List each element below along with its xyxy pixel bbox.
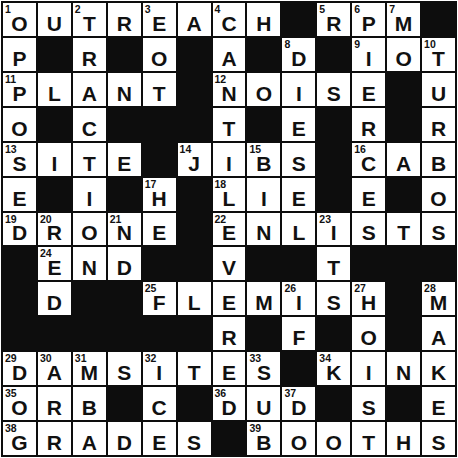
cell-r8c8[interactable]: 26I	[281, 281, 316, 316]
cell-r10c9[interactable]: 34K	[316, 351, 351, 386]
cell-letter: R	[108, 3, 141, 36]
cell-letter: D	[3, 213, 36, 246]
cell-letter: T	[73, 3, 106, 36]
block-cell-r7c11	[386, 246, 421, 281]
block-cell-r1c9	[316, 37, 351, 72]
cell-r4c8[interactable]: S	[281, 142, 316, 177]
cell-r10c11[interactable]: N	[386, 351, 421, 386]
cell-letter: A	[178, 3, 211, 36]
cell-letter: A	[422, 317, 455, 350]
cell-letter: C	[73, 108, 106, 141]
cell-letter: R	[38, 213, 71, 246]
cell-letter: E	[213, 282, 246, 315]
cell-r1c10[interactable]: 9I	[351, 37, 386, 72]
cell-letter: E	[352, 178, 385, 211]
block-cell-r4c4	[142, 142, 177, 177]
cell-r1c2[interactable]: R	[72, 37, 107, 72]
cell-letter: I	[282, 73, 315, 106]
cell-r6c11[interactable]: T	[386, 212, 421, 247]
cell-r4c0[interactable]: 13S	[2, 142, 37, 177]
cell-r11c1[interactable]: R	[37, 386, 72, 421]
cell-letter: T	[422, 38, 455, 71]
cell-r2c8[interactable]: I	[281, 72, 316, 107]
block-cell-r11c9	[316, 386, 351, 421]
block-cell-r7c0	[2, 246, 37, 281]
block-cell-r9c5	[177, 316, 212, 351]
cell-letter: T	[352, 422, 385, 455]
cell-r9c8[interactable]: F	[281, 316, 316, 351]
cell-letter: I	[247, 178, 280, 211]
cell-letter: N	[247, 213, 280, 246]
block-cell-r2c11	[386, 72, 421, 107]
cell-r5c12[interactable]: O	[421, 177, 456, 212]
cell-r4c6[interactable]: I	[212, 142, 247, 177]
block-cell-r4c9	[316, 142, 351, 177]
cell-r6c6[interactable]: 22E	[212, 212, 247, 247]
cell-r3c8[interactable]: E	[281, 107, 316, 142]
cell-r2c2[interactable]: A	[72, 72, 107, 107]
cell-r1c6[interactable]: A	[212, 37, 247, 72]
cell-r5c2[interactable]: I	[72, 177, 107, 212]
cell-letter: T	[317, 247, 350, 280]
cell-letter: N	[213, 73, 246, 106]
cell-letter: E	[282, 178, 315, 211]
cell-letter: J	[178, 143, 211, 176]
cell-r11c12[interactable]: E	[421, 386, 456, 421]
cell-letter: N	[108, 213, 141, 246]
cell-r12c8[interactable]: O	[281, 421, 316, 456]
cell-letter: S	[317, 282, 350, 315]
cell-r2c9[interactable]: S	[316, 72, 351, 107]
cell-letter: S	[247, 352, 280, 385]
cell-letter: I	[143, 352, 176, 385]
cell-letter: O	[352, 317, 385, 350]
cell-letter: S	[3, 143, 36, 176]
block-cell-r9c7	[246, 316, 281, 351]
cell-letter: O	[143, 38, 176, 71]
cell-letter: D	[3, 352, 36, 385]
block-cell-r10c8	[281, 351, 316, 386]
cell-r12c1[interactable]: R	[37, 421, 72, 456]
cell-letter: R	[213, 317, 246, 350]
cell-r2c3[interactable]: N	[107, 72, 142, 107]
cell-letter: D	[282, 38, 315, 71]
cell-r3c12[interactable]: R	[421, 107, 456, 142]
cell-r12c0[interactable]: 38G	[2, 421, 37, 456]
cell-r1c4[interactable]: O	[142, 37, 177, 72]
cell-r7c1[interactable]: 24E	[37, 246, 72, 281]
cell-r2c12[interactable]: U	[421, 72, 456, 107]
cell-letter: U	[422, 73, 455, 106]
cell-r12c5[interactable]: S	[177, 421, 212, 456]
cell-letter: M	[422, 282, 455, 315]
block-cell-r5c9	[316, 177, 351, 212]
block-cell-r3c7	[246, 107, 281, 142]
cell-r5c6[interactable]: 18L	[212, 177, 247, 212]
cell-letter: G	[3, 422, 36, 455]
cell-letter: S	[352, 213, 385, 246]
cell-r0c3[interactable]: R	[107, 2, 142, 37]
cell-letter: I	[317, 213, 350, 246]
cell-letter: I	[352, 352, 385, 385]
cell-letter: B	[73, 387, 106, 420]
cell-letter: D	[108, 422, 141, 455]
cell-r12c9[interactable]: O	[316, 421, 351, 456]
cell-r7c6[interactable]: V	[212, 246, 247, 281]
block-cell-r8c0	[2, 281, 37, 316]
cell-letter: F	[282, 317, 315, 350]
cell-letter: O	[387, 38, 420, 71]
cell-letter: D	[282, 387, 315, 420]
block-cell-r11c11	[386, 386, 421, 421]
cell-letter: H	[352, 282, 385, 315]
cell-r2c4[interactable]: T	[142, 72, 177, 107]
cell-letter: A	[213, 38, 246, 71]
block-cell-r7c5	[177, 246, 212, 281]
cell-r6c10[interactable]: S	[351, 212, 386, 247]
cell-letter: B	[247, 143, 280, 176]
block-cell-r3c5	[177, 107, 212, 142]
cell-letter: E	[213, 213, 246, 246]
block-cell-r9c0	[2, 316, 37, 351]
cell-r10c3[interactable]: S	[107, 351, 142, 386]
cell-r8c4[interactable]: 25F	[142, 281, 177, 316]
cell-r0c0[interactable]: 1O	[2, 2, 37, 37]
cell-letter: P	[3, 73, 36, 106]
cell-letter: I	[38, 143, 71, 176]
cell-letter: R	[38, 422, 71, 455]
cell-letter: A	[38, 352, 71, 385]
cell-r0c7[interactable]: H	[246, 2, 281, 37]
cell-letter: E	[143, 422, 176, 455]
cell-letter: R	[422, 108, 455, 141]
cell-r6c4[interactable]: E	[142, 212, 177, 247]
block-cell-r8c11	[386, 281, 421, 316]
cell-r8c10[interactable]: 27H	[351, 281, 386, 316]
cell-r12c2[interactable]: A	[72, 421, 107, 456]
cell-letter: R	[73, 38, 106, 71]
cell-r1c0[interactable]: P	[2, 37, 37, 72]
cell-letter: H	[387, 422, 420, 455]
cell-letter: A	[73, 422, 106, 455]
cell-r8c6[interactable]: E	[212, 281, 247, 316]
cell-r2c0[interactable]: 11P	[2, 72, 37, 107]
cell-r8c1[interactable]: D	[37, 281, 72, 316]
cell-r10c0[interactable]: 29D	[2, 351, 37, 386]
cell-letter: S	[352, 387, 385, 420]
cell-r2c7[interactable]: O	[246, 72, 281, 107]
cell-r0c6[interactable]: 4C	[212, 2, 247, 37]
cell-letter: O	[73, 213, 106, 246]
cell-r12c4[interactable]: E	[142, 421, 177, 456]
cell-r0c4[interactable]: 3E	[142, 2, 177, 37]
cell-letter: O	[282, 422, 315, 455]
cell-r10c4[interactable]: 32I	[142, 351, 177, 386]
cell-letter: E	[143, 3, 176, 36]
cell-r6c1[interactable]: 20R	[37, 212, 72, 247]
block-cell-r5c5	[177, 177, 212, 212]
cell-letter: H	[247, 3, 280, 36]
cell-letter: S	[422, 422, 455, 455]
cell-letter: E	[422, 387, 455, 420]
cell-r11c7[interactable]: U	[246, 386, 281, 421]
cell-letter: I	[282, 282, 315, 315]
cell-r7c3[interactable]: D	[107, 246, 142, 281]
cell-letter: O	[3, 3, 36, 36]
cell-r0c11[interactable]: 7M	[386, 2, 421, 37]
block-cell-r1c5	[177, 37, 212, 72]
cell-letter: L	[38, 73, 71, 106]
cell-letter: P	[352, 3, 385, 36]
cell-letter: S	[108, 352, 141, 385]
cell-r4c2[interactable]: T	[72, 142, 107, 177]
cell-letter: O	[317, 422, 350, 455]
cell-r0c10[interactable]: 6P	[351, 2, 386, 37]
cell-r11c8[interactable]: 37D	[281, 386, 316, 421]
cell-letter: H	[143, 178, 176, 211]
cell-letter: L	[213, 178, 246, 211]
cell-r6c7[interactable]: N	[246, 212, 281, 247]
cell-r2c1[interactable]: L	[37, 72, 72, 107]
cell-letter: R	[352, 108, 385, 141]
block-cell-r3c11	[386, 107, 421, 142]
block-cell-r3c4	[142, 107, 177, 142]
cell-r6c3[interactable]: 21N	[107, 212, 142, 247]
cell-r10c10[interactable]: I	[351, 351, 386, 386]
block-cell-r5c1	[37, 177, 72, 212]
cell-letter: E	[38, 247, 71, 280]
cell-r1c8[interactable]: 8D	[281, 37, 316, 72]
cell-r3c0[interactable]: O	[2, 107, 37, 142]
cell-r2c10[interactable]: E	[351, 72, 386, 107]
cell-letter: E	[143, 213, 176, 246]
block-cell-r7c10	[351, 246, 386, 281]
cell-letter: O	[3, 387, 36, 420]
cell-letter: D	[38, 282, 71, 315]
crossword-board: 1OU2TR3EA4CH5R6P7MPROA8D9IO10T11PLANT12N…	[0, 0, 458, 458]
block-cell-r3c3	[107, 107, 142, 142]
cell-r9c10[interactable]: O	[351, 316, 386, 351]
cell-letter: M	[73, 352, 106, 385]
cell-letter: M	[247, 282, 280, 315]
cell-r0c2[interactable]: 2T	[72, 2, 107, 37]
cell-r10c1[interactable]: 30A	[37, 351, 72, 386]
cell-r11c10[interactable]: S	[351, 386, 386, 421]
cell-letter: F	[143, 282, 176, 315]
cell-letter: R	[317, 3, 350, 36]
cell-r12c12[interactable]: S	[421, 421, 456, 456]
cell-r3c10[interactable]: R	[351, 107, 386, 142]
block-cell-r2c5	[177, 72, 212, 107]
cell-r4c10[interactable]: 16C	[351, 142, 386, 177]
cell-letter: A	[73, 73, 106, 106]
cell-r6c8[interactable]: L	[281, 212, 316, 247]
cell-r10c5[interactable]: T	[177, 351, 212, 386]
cell-letter: U	[247, 387, 280, 420]
cell-r11c0[interactable]: 35O	[2, 386, 37, 421]
block-cell-r12c6	[212, 421, 247, 456]
cell-r8c5[interactable]: L	[177, 281, 212, 316]
cell-r10c7[interactable]: 33S	[246, 351, 281, 386]
crossword-grid: 1OU2TR3EA4CH5R6P7MPROA8D9IO10T11PLANT12N…	[1, 1, 457, 457]
cell-r4c12[interactable]: B	[421, 142, 456, 177]
cell-r6c0[interactable]: 19D	[2, 212, 37, 247]
cell-letter: E	[3, 178, 36, 211]
cell-r1c12[interactable]: 10T	[421, 37, 456, 72]
cell-letter: K	[422, 352, 455, 385]
cell-letter: R	[38, 387, 71, 420]
block-cell-r9c9	[316, 316, 351, 351]
block-cell-r7c12	[421, 246, 456, 281]
cell-letter: T	[178, 352, 211, 385]
cell-letter: D	[108, 247, 141, 280]
cell-letter: A	[387, 143, 420, 176]
block-cell-r9c2	[72, 316, 107, 351]
cell-letter: S	[282, 143, 315, 176]
block-cell-r11c5	[177, 386, 212, 421]
cell-r10c2[interactable]: 31M	[72, 351, 107, 386]
cell-letter: I	[352, 38, 385, 71]
cell-letter: E	[213, 352, 246, 385]
cell-r2c6[interactable]: 12N	[212, 72, 247, 107]
cell-letter: N	[108, 73, 141, 106]
cell-r9c12[interactable]: A	[421, 316, 456, 351]
block-cell-r1c3	[107, 37, 142, 72]
cell-letter: M	[387, 3, 420, 36]
cell-letter: T	[213, 108, 246, 141]
cell-letter: S	[178, 422, 211, 455]
cell-letter: L	[178, 282, 211, 315]
cell-r0c1[interactable]: U	[37, 2, 72, 37]
cell-letter: B	[247, 422, 280, 455]
block-cell-r7c8	[281, 246, 316, 281]
cell-letter: T	[143, 73, 176, 106]
cell-letter: C	[213, 3, 246, 36]
block-cell-r7c7	[246, 246, 281, 281]
block-cell-r9c3	[107, 316, 142, 351]
block-cell-r7c4	[142, 246, 177, 281]
cell-r4c7[interactable]: 15B	[246, 142, 281, 177]
block-cell-r11c3	[107, 386, 142, 421]
cell-r8c7[interactable]: M	[246, 281, 281, 316]
cell-r11c6[interactable]: 36D	[212, 386, 247, 421]
cell-r4c3[interactable]: E	[107, 142, 142, 177]
cell-letter: B	[422, 143, 455, 176]
cell-r4c11[interactable]: A	[386, 142, 421, 177]
block-cell-r3c9	[316, 107, 351, 142]
block-cell-r9c11	[386, 316, 421, 351]
cell-letter: N	[73, 247, 106, 280]
cell-r5c7[interactable]: I	[246, 177, 281, 212]
cell-letter: P	[3, 38, 36, 71]
cell-letter: K	[317, 352, 350, 385]
cell-r6c9[interactable]: 23I	[316, 212, 351, 247]
cell-letter: E	[108, 143, 141, 176]
cell-r5c0[interactable]: E	[2, 177, 37, 212]
cell-letter: N	[387, 352, 420, 385]
cell-r6c2[interactable]: O	[72, 212, 107, 247]
cell-letter: C	[352, 143, 385, 176]
cell-letter: O	[3, 108, 36, 141]
cell-r8c9[interactable]: S	[316, 281, 351, 316]
cell-r5c8[interactable]: E	[281, 177, 316, 212]
block-cell-r5c3	[107, 177, 142, 212]
cell-r4c1[interactable]: I	[37, 142, 72, 177]
cell-letter: I	[213, 143, 246, 176]
block-cell-r9c1	[37, 316, 72, 351]
cell-letter: O	[422, 178, 455, 211]
cell-r7c9[interactable]: T	[316, 246, 351, 281]
block-cell-r8c2	[72, 281, 107, 316]
cell-r10c12[interactable]: K	[421, 351, 456, 386]
block-cell-r0c8	[281, 2, 316, 37]
block-cell-r9c4	[142, 316, 177, 351]
cell-letter: C	[143, 387, 176, 420]
cell-letter: V	[213, 247, 246, 280]
cell-r3c2[interactable]: C	[72, 107, 107, 142]
cell-r9c6[interactable]: R	[212, 316, 247, 351]
cell-r11c4[interactable]: C	[142, 386, 177, 421]
block-cell-r0c12	[421, 2, 456, 37]
cell-letter: S	[317, 73, 350, 106]
cell-r5c4[interactable]: 17H	[142, 177, 177, 212]
cell-r0c5[interactable]: A	[177, 2, 212, 37]
cell-r11c2[interactable]: B	[72, 386, 107, 421]
cell-r3c6[interactable]: T	[212, 107, 247, 142]
cell-letter: O	[247, 73, 280, 106]
block-cell-r8c3	[107, 281, 142, 316]
cell-r6c12[interactable]: S	[421, 212, 456, 247]
cell-letter: I	[73, 178, 106, 211]
block-cell-r1c1	[37, 37, 72, 72]
cell-r12c10[interactable]: T	[351, 421, 386, 456]
cell-letter: E	[282, 108, 315, 141]
cell-r0c9[interactable]: 5R	[316, 2, 351, 37]
cell-letter: S	[422, 213, 455, 246]
cell-r12c7[interactable]: 39B	[246, 421, 281, 456]
cell-r4c5[interactable]: 14J	[177, 142, 212, 177]
cell-r12c3[interactable]: D	[107, 421, 142, 456]
cell-letter: T	[73, 143, 106, 176]
block-cell-r6c5	[177, 212, 212, 247]
block-cell-r1c7	[246, 37, 281, 72]
cell-letter: U	[38, 3, 71, 36]
cell-r8c12[interactable]: 28M	[421, 281, 456, 316]
cell-r1c11[interactable]: O	[386, 37, 421, 72]
cell-r12c11[interactable]: H	[386, 421, 421, 456]
cell-r5c10[interactable]: E	[351, 177, 386, 212]
block-cell-r3c1	[37, 107, 72, 142]
block-cell-r5c11	[386, 177, 421, 212]
cell-letter: E	[352, 73, 385, 106]
cell-letter: D	[213, 387, 246, 420]
cell-letter: L	[282, 213, 315, 246]
cell-r10c6[interactable]: E	[212, 351, 247, 386]
cell-letter: T	[387, 213, 420, 246]
cell-r7c2[interactable]: N	[72, 246, 107, 281]
